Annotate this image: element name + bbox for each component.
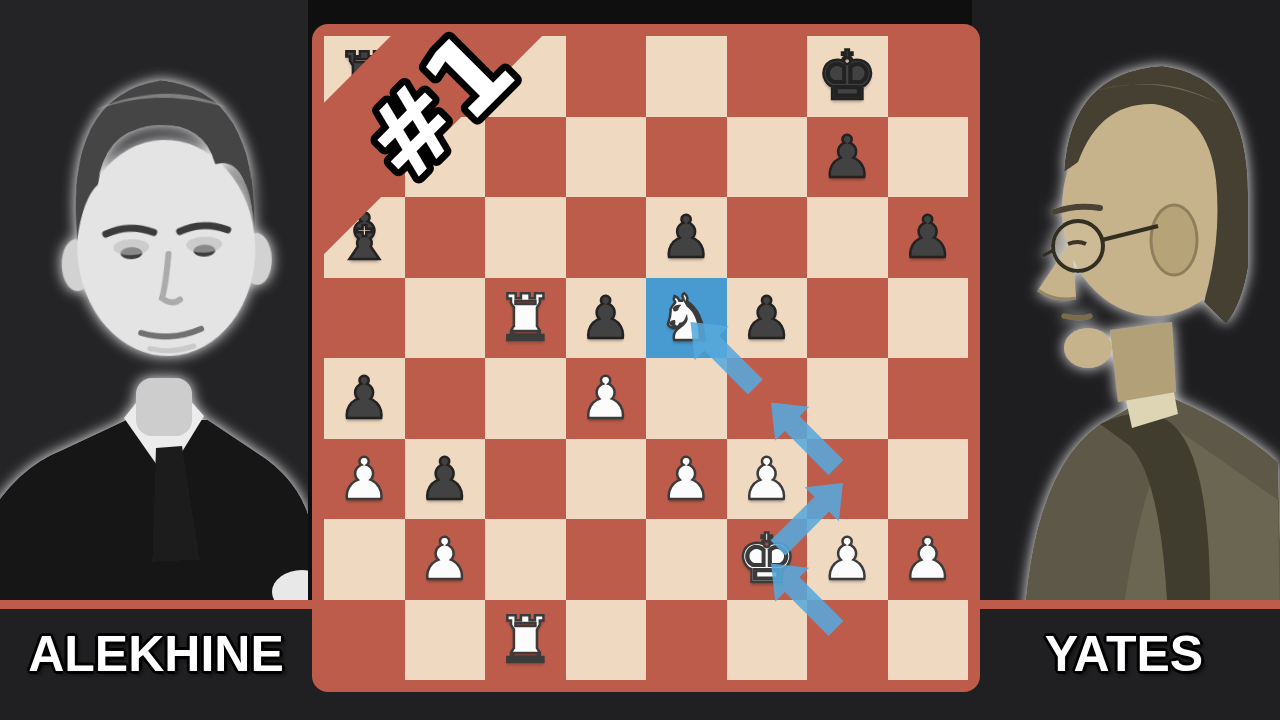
white-player-name: ALEKHINE bbox=[28, 625, 284, 683]
square-h6 bbox=[888, 197, 969, 278]
square-d7 bbox=[566, 117, 647, 198]
square-g8 bbox=[807, 36, 888, 117]
square-e2 bbox=[646, 519, 727, 600]
square-h2 bbox=[888, 519, 969, 600]
square-d3 bbox=[566, 439, 647, 520]
square-h3 bbox=[888, 439, 969, 520]
square-b3 bbox=[405, 439, 486, 520]
square-f3 bbox=[727, 439, 808, 520]
square-e3 bbox=[646, 439, 727, 520]
square-e8 bbox=[646, 36, 727, 117]
square-e1 bbox=[646, 600, 727, 681]
square-b5 bbox=[405, 278, 486, 359]
square-c4 bbox=[485, 358, 566, 439]
square-b1 bbox=[405, 600, 486, 681]
black-player-name: YATES bbox=[1045, 625, 1203, 683]
yates-photo bbox=[972, 0, 1280, 600]
square-f4 bbox=[727, 358, 808, 439]
square-a2 bbox=[324, 519, 405, 600]
square-c3 bbox=[485, 439, 566, 520]
chess-board: ♜♚♟♝♟♟♜♟♞♟♟♟♟♟♟♟♟♚♟♟♜ #1 bbox=[312, 24, 980, 692]
square-g5 bbox=[807, 278, 888, 359]
square-a3 bbox=[324, 439, 405, 520]
square-b2 bbox=[405, 519, 486, 600]
thumbnail: ALEKHINE YATES ♜♚♟♝♟♟♜♟♞♟♟♟♟♟♟♟♟♚♟♟♜ #1 bbox=[0, 0, 1280, 720]
square-g1 bbox=[807, 600, 888, 681]
alekhine-portrait-illustration bbox=[0, 0, 308, 600]
white-player-nameplate: ALEKHINE bbox=[0, 609, 312, 699]
square-e6 bbox=[646, 197, 727, 278]
square-f8 bbox=[727, 36, 808, 117]
square-c1 bbox=[485, 600, 566, 681]
square-d1 bbox=[566, 600, 647, 681]
square-e4 bbox=[646, 358, 727, 439]
square-e7 bbox=[646, 117, 727, 198]
square-d2 bbox=[566, 519, 647, 600]
square-h7 bbox=[888, 117, 969, 198]
square-f5 bbox=[727, 278, 808, 359]
square-a4 bbox=[324, 358, 405, 439]
square-h1 bbox=[888, 600, 969, 681]
alekhine-photo bbox=[0, 0, 308, 600]
square-a1 bbox=[324, 600, 405, 681]
square-f6 bbox=[727, 197, 808, 278]
square-b4 bbox=[405, 358, 486, 439]
square-f1 bbox=[727, 600, 808, 681]
black-player-nameplate: YATES bbox=[968, 609, 1280, 699]
square-g7 bbox=[807, 117, 888, 198]
square-e5 bbox=[646, 278, 727, 359]
square-c5 bbox=[485, 278, 566, 359]
square-h4 bbox=[888, 358, 969, 439]
square-d6 bbox=[566, 197, 647, 278]
square-c6 bbox=[485, 197, 566, 278]
square-c2 bbox=[485, 519, 566, 600]
yates-portrait-illustration bbox=[972, 0, 1280, 600]
square-g6 bbox=[807, 197, 888, 278]
square-h5 bbox=[888, 278, 969, 359]
square-a5 bbox=[324, 278, 405, 359]
square-g4 bbox=[807, 358, 888, 439]
square-f7 bbox=[727, 117, 808, 198]
square-h8 bbox=[888, 36, 969, 117]
square-g3 bbox=[807, 439, 888, 520]
square-g2 bbox=[807, 519, 888, 600]
square-d5 bbox=[566, 278, 647, 359]
square-d4 bbox=[566, 358, 647, 439]
square-f2 bbox=[727, 519, 808, 600]
